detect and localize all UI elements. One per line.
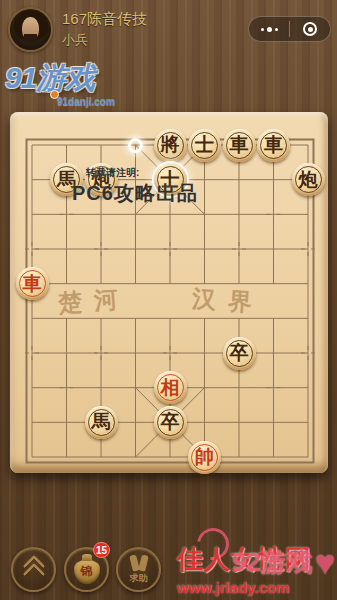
- expand-menu-button[interactable]: [11, 547, 56, 592]
- watermark-92games: 92游戏 ♥: [232, 543, 335, 582]
- hint-count-badge: 15: [93, 542, 110, 558]
- wechat-capsule: [248, 16, 331, 42]
- piece-character: 馬: [92, 409, 111, 435]
- piece-character: 卒: [230, 340, 249, 366]
- source-note: 转载请注明: PC6攻略出品: [72, 166, 198, 207]
- piece-black-general[interactable]: 將: [154, 129, 187, 162]
- ask-help-button[interactable]: 求助: [116, 547, 161, 592]
- piece-red-elephant[interactable]: 相: [154, 371, 187, 404]
- target-circle-icon: [303, 22, 317, 36]
- piece-character: 車: [264, 132, 283, 158]
- more-button[interactable]: [249, 17, 289, 41]
- piece-black-horse[interactable]: 馬: [85, 406, 118, 439]
- watermark-91-dot: [50, 90, 59, 99]
- watermark-91-logo: 91游戏: [5, 58, 135, 99]
- more-dots-icon: [261, 27, 278, 32]
- piece-character: 士: [195, 132, 214, 158]
- watermark-91-url: 91danji.com: [57, 96, 135, 107]
- piece-black-pawn[interactable]: 卒: [223, 337, 256, 370]
- piece-black-chariot[interactable]: 車: [223, 129, 256, 162]
- watermark-91games: 91游戏 91danji.com: [5, 58, 135, 107]
- close-minimize-button[interactable]: [290, 17, 330, 41]
- piece-character: 車: [23, 271, 42, 297]
- piece-red-chariot[interactable]: 車: [16, 267, 49, 300]
- player-avatar: [8, 7, 53, 52]
- piece-character: 車: [230, 132, 249, 158]
- river-label-left: 楚河: [57, 283, 131, 320]
- piece-black-chariot[interactable]: 車: [257, 129, 290, 162]
- money-bag-icon: 锦: [74, 560, 100, 584]
- piece-character: 卒: [161, 409, 180, 435]
- heart-icon: ♥: [315, 543, 335, 582]
- piece-black-cannon[interactable]: 炮: [292, 163, 325, 196]
- piece-character: 炮: [299, 167, 318, 193]
- piece-character: 相: [161, 375, 180, 401]
- source-note-line1: 转载请注明:: [86, 166, 198, 180]
- help-label: 求助: [130, 572, 148, 585]
- praying-hands-icon: [129, 555, 149, 571]
- piece-red-general[interactable]: 帥: [188, 441, 221, 474]
- piece-black-pawn[interactable]: 卒: [154, 406, 187, 439]
- piece-black-advisor[interactable]: 士: [188, 129, 221, 162]
- last-move-marker: [128, 138, 143, 153]
- piece-character: 將: [161, 132, 180, 158]
- river-label-right: 汉界: [191, 283, 265, 320]
- hint-bag-button[interactable]: 锦 15: [64, 547, 109, 592]
- source-note-line2: PC6攻略出品: [72, 180, 198, 207]
- avatar-beard: [24, 34, 37, 43]
- player-rank: 小兵: [62, 31, 88, 49]
- header-bar: 167陈音传技 小兵: [0, 0, 337, 58]
- piece-character: 帥: [195, 444, 214, 470]
- level-title: 167陈音传技: [62, 10, 147, 29]
